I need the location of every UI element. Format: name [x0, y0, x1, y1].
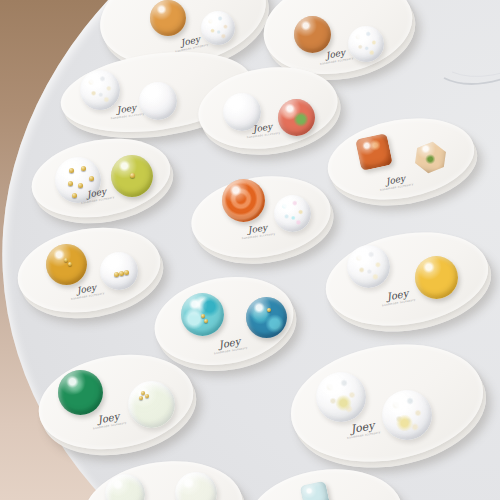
card-stack-under	[14, 223, 170, 329]
brand-name: Joey	[350, 420, 375, 435]
gold-bead	[78, 183, 83, 188]
card-shape	[256, 0, 420, 85]
brand-tagline: handmade accessory	[81, 196, 115, 205]
gold-bead	[68, 181, 73, 186]
gold-bead	[204, 319, 208, 323]
stud-earring-solid	[150, 0, 186, 36]
brand-label: Joeyhandmade accessory	[83, 409, 135, 432]
stud-earring-solid	[181, 293, 224, 336]
card-shape	[193, 59, 343, 158]
stud-earring-opal	[316, 372, 366, 422]
stud-earring-solid	[278, 99, 315, 136]
gold-bead	[119, 271, 124, 276]
brand-tagline: handmade accessory	[71, 292, 105, 301]
brand-label: Joeyhandmade accessory	[232, 222, 283, 243]
brand-tagline: handmade accessory	[380, 183, 414, 192]
stud-earring-opal	[382, 390, 432, 440]
earring-card-collection: Joeyhandmade accessoryJoeyhandmade acces…	[0, 0, 500, 500]
stud-earring-solid	[355, 133, 393, 171]
brand-label: Joeyhandmade accessory	[165, 32, 217, 56]
brand-name: Joey	[325, 48, 346, 60]
card-shape	[31, 343, 201, 461]
earring-card	[0, 0, 500, 500]
card-stack-under	[324, 114, 483, 217]
brand-tagline: handmade accessory	[214, 347, 248, 356]
card-stack-under	[151, 272, 304, 381]
earring-card: Joeyhandmade accessory	[0, 0, 500, 500]
stud-earring-glitter	[201, 11, 235, 45]
brand-tagline: handmade accessory	[382, 299, 416, 308]
stud-earring-glitter	[348, 26, 384, 62]
stud-earring-solid	[415, 256, 458, 299]
gold-bead	[81, 166, 86, 171]
stud-earring-glitter	[347, 245, 390, 288]
stud-earring-swirl	[222, 179, 265, 222]
card-stack-under	[93, 0, 278, 86]
card-stack-under	[189, 174, 339, 273]
brand-tagline: handmade accessory	[247, 132, 281, 139]
earring-card: Joeyhandmade accessory	[0, 0, 500, 500]
stud-earring-solid	[294, 16, 331, 53]
brand-name: Joey	[86, 187, 107, 199]
brand-label: Joeyhandmade accessory	[310, 46, 362, 68]
earring-card: Joeyhandmade accessory	[0, 0, 500, 500]
gold-bead	[139, 396, 143, 400]
earring-card: Joeyhandmade accessory	[0, 0, 500, 500]
brand-label: Joeyhandmade accessory	[237, 121, 288, 142]
stud-earring-clear	[175, 472, 217, 500]
gold-bead	[89, 176, 94, 181]
brand-name: Joey	[385, 174, 406, 186]
stud-earring-solid	[111, 155, 153, 197]
stud-earring-solid	[58, 370, 103, 415]
brand-tagline: handmade accessory	[320, 57, 354, 66]
brand-name: Joey	[180, 35, 201, 48]
brand-name: Joey	[252, 123, 273, 135]
brand-label: Joeyhandmade accessory	[71, 185, 123, 207]
earring-card: Joeyhandmade accessory	[0, 0, 500, 500]
brand-tagline: handmade accessory	[111, 113, 145, 120]
earring-card: Joeyhandmade accessory	[0, 0, 500, 500]
brand-name: Joey	[76, 283, 97, 295]
card-shape	[77, 451, 249, 500]
brand-label: Joeyhandmade accessory	[337, 418, 389, 442]
brand-name: Joey	[116, 104, 137, 116]
gold-bead	[141, 391, 145, 395]
card-stack-under	[59, 47, 260, 149]
gold-bead	[64, 258, 68, 262]
earring-card: Joeyhandmade accessory	[0, 0, 500, 500]
gold-bead	[145, 394, 149, 398]
brand-tagline: handmade accessory	[347, 431, 381, 440]
brand-label: Joeyhandmade accessory	[370, 172, 422, 194]
card-stack-under	[285, 336, 496, 482]
brand-name: Joey	[97, 412, 120, 426]
card-shape	[90, 0, 275, 80]
photo-scene: { "scene": { "description": "Overhead ph…	[0, 0, 500, 500]
stud-earring-clear	[100, 252, 138, 290]
gold-bead	[114, 272, 119, 277]
stud-earring-solid	[411, 138, 448, 175]
card-stack-under	[259, 0, 423, 91]
card-stack-under	[80, 457, 252, 500]
stud-earring-clear	[223, 93, 261, 131]
card-stack-under	[34, 349, 204, 467]
card-shape	[321, 108, 480, 211]
gold-bead	[68, 262, 72, 266]
card-stack-under	[196, 65, 346, 164]
brand-label: Joeyhandmade accessory	[204, 334, 256, 357]
earring-card: Joeyhandmade accessory	[0, 0, 500, 500]
card-shape	[11, 217, 167, 323]
card-stack-under	[28, 134, 179, 233]
card-stack-under	[321, 226, 498, 343]
card-shape	[56, 41, 257, 143]
earring-card: Joeyhandmade accessory	[0, 0, 500, 500]
brand-name: Joey	[247, 224, 268, 236]
brand-name: Joey	[386, 289, 409, 303]
card-shape	[25, 128, 176, 227]
brand-tagline: handmade accessory	[93, 422, 127, 431]
brand-name: Joey	[218, 337, 241, 351]
stud-earring-glitter	[80, 70, 120, 110]
brand-tagline: handmade accessory	[242, 233, 276, 240]
stud-earring-clear	[105, 474, 145, 500]
brand-tagline: handmade accessory	[175, 43, 209, 53]
card-shape	[148, 266, 301, 375]
earring-card: Joeyhandmade accessory	[0, 0, 500, 500]
gold-bead	[124, 270, 129, 275]
stud-earring-solid	[46, 244, 87, 285]
stud-earring-clear	[139, 82, 177, 120]
gold-bead	[201, 314, 205, 318]
earring-card: Joeyhandmade accessory	[0, 0, 500, 500]
card-shape	[318, 220, 495, 337]
brand-label: Joeyhandmade accessory	[101, 102, 152, 123]
card-shape	[186, 168, 336, 267]
brand-label: Joeyhandmade accessory	[61, 281, 113, 303]
stud-earring-clear	[55, 157, 101, 203]
stud-earring-solid	[300, 481, 331, 500]
card-shape	[241, 460, 409, 500]
card-stack-under	[244, 466, 412, 500]
earring-card: Joeyhandmade accessory	[0, 0, 500, 500]
gold-bead	[72, 193, 77, 198]
earring-card	[0, 0, 500, 500]
stud-earring-clear	[128, 381, 175, 428]
stud-earring-glitter	[274, 195, 311, 232]
gold-bead	[69, 168, 74, 173]
stud-earring-solid	[246, 297, 287, 338]
card-shape	[282, 330, 493, 476]
gold-bead	[130, 173, 135, 178]
gold-bead	[267, 308, 271, 312]
brand-label: Joeyhandmade accessory	[372, 286, 424, 309]
